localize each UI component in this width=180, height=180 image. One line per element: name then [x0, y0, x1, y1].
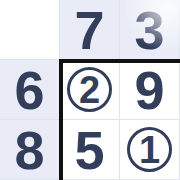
cell-value: 8: [14, 123, 44, 177]
cell-value: 3: [134, 3, 164, 57]
cell-r0c2[interactable]: 3: [120, 0, 180, 60]
circled-number-badge: 1: [127, 127, 172, 172]
circled-number-badge: 2: [67, 67, 112, 112]
puzzle-board: 7 3 6 2 9 8 5 1: [0, 0, 180, 180]
cell-value: 6: [14, 63, 44, 117]
cell-value: 2: [79, 71, 100, 109]
cell-r0c0[interactable]: [0, 0, 60, 60]
puzzle-grid: 7 3 6 2 9 8 5 1: [0, 0, 180, 180]
cell-value: 7: [74, 3, 104, 57]
cell-value: 5: [74, 123, 104, 177]
cell-r0c1[interactable]: 7: [60, 0, 120, 60]
cell-r1c1[interactable]: 2: [60, 60, 120, 120]
cell-r2c1[interactable]: 5: [60, 120, 120, 180]
cell-r1c0[interactable]: 6: [0, 60, 60, 120]
cell-value: 1: [139, 131, 160, 169]
cell-r2c2[interactable]: 1: [120, 120, 180, 180]
cell-r2c0[interactable]: 8: [0, 120, 60, 180]
cell-value: 9: [134, 63, 164, 117]
cell-r1c2[interactable]: 9: [120, 60, 180, 120]
